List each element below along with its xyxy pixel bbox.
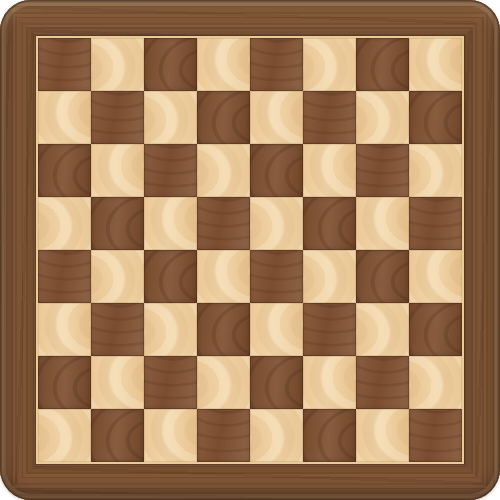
square-a8[interactable]: [38, 38, 91, 91]
square-e8[interactable]: [250, 38, 303, 91]
chessboard: [0, 0, 500, 500]
square-b5[interactable]: [91, 197, 144, 250]
square-f2[interactable]: [303, 356, 356, 409]
square-a6[interactable]: [38, 144, 91, 197]
square-f6[interactable]: [303, 144, 356, 197]
square-h4[interactable]: [409, 250, 462, 303]
square-b3[interactable]: [91, 303, 144, 356]
frame-top-rail: [0, 0, 500, 40]
square-d2[interactable]: [197, 356, 250, 409]
square-g2[interactable]: [356, 356, 409, 409]
square-d4[interactable]: [197, 250, 250, 303]
square-e6[interactable]: [250, 144, 303, 197]
square-f3[interactable]: [303, 303, 356, 356]
square-b7[interactable]: [91, 91, 144, 144]
square-g1[interactable]: [356, 409, 409, 462]
square-e2[interactable]: [250, 356, 303, 409]
square-e3[interactable]: [250, 303, 303, 356]
square-e4[interactable]: [250, 250, 303, 303]
board-frame: [0, 0, 500, 500]
square-a3[interactable]: [38, 303, 91, 356]
square-c6[interactable]: [144, 144, 197, 197]
square-g8[interactable]: [356, 38, 409, 91]
square-f7[interactable]: [303, 91, 356, 144]
square-c7[interactable]: [144, 91, 197, 144]
square-h6[interactable]: [409, 144, 462, 197]
square-d8[interactable]: [197, 38, 250, 91]
square-h2[interactable]: [409, 356, 462, 409]
square-b2[interactable]: [91, 356, 144, 409]
square-c4[interactable]: [144, 250, 197, 303]
square-b1[interactable]: [91, 409, 144, 462]
square-f5[interactable]: [303, 197, 356, 250]
inlay-line: [36, 36, 464, 464]
frame-left-rail: [0, 0, 40, 500]
square-c8[interactable]: [144, 38, 197, 91]
square-g5[interactable]: [356, 197, 409, 250]
square-g7[interactable]: [356, 91, 409, 144]
square-h5[interactable]: [409, 197, 462, 250]
square-b6[interactable]: [91, 144, 144, 197]
square-a1[interactable]: [38, 409, 91, 462]
square-d3[interactable]: [197, 303, 250, 356]
square-h8[interactable]: [409, 38, 462, 91]
square-c1[interactable]: [144, 409, 197, 462]
square-e7[interactable]: [250, 91, 303, 144]
square-h3[interactable]: [409, 303, 462, 356]
square-a5[interactable]: [38, 197, 91, 250]
square-h1[interactable]: [409, 409, 462, 462]
square-c5[interactable]: [144, 197, 197, 250]
square-d5[interactable]: [197, 197, 250, 250]
square-b8[interactable]: [91, 38, 144, 91]
frame-right-rail: [460, 0, 500, 500]
square-c2[interactable]: [144, 356, 197, 409]
square-e5[interactable]: [250, 197, 303, 250]
square-d7[interactable]: [197, 91, 250, 144]
square-e1[interactable]: [250, 409, 303, 462]
square-a2[interactable]: [38, 356, 91, 409]
square-g3[interactable]: [356, 303, 409, 356]
frame-bottom-rail: [0, 460, 500, 500]
board-grid: [38, 38, 462, 462]
square-a7[interactable]: [38, 91, 91, 144]
square-h7[interactable]: [409, 91, 462, 144]
square-f8[interactable]: [303, 38, 356, 91]
square-b4[interactable]: [91, 250, 144, 303]
square-d1[interactable]: [197, 409, 250, 462]
square-a4[interactable]: [38, 250, 91, 303]
square-d6[interactable]: [197, 144, 250, 197]
square-f4[interactable]: [303, 250, 356, 303]
square-g6[interactable]: [356, 144, 409, 197]
square-c3[interactable]: [144, 303, 197, 356]
square-g4[interactable]: [356, 250, 409, 303]
square-f1[interactable]: [303, 409, 356, 462]
